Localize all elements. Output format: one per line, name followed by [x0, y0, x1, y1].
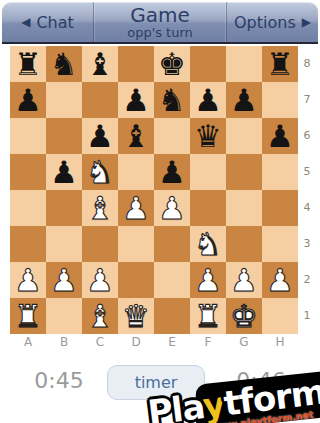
nav-chat-label: Chat: [36, 13, 73, 32]
rank-labels: 87654321: [299, 46, 315, 334]
square-b4[interactable]: [46, 190, 82, 226]
square-f2[interactable]: ♟: [190, 262, 226, 298]
square-g2[interactable]: ♟: [226, 262, 262, 298]
square-c8[interactable]: ♝: [82, 46, 118, 82]
piece-black-rook: ♜: [266, 46, 294, 82]
square-c1[interactable]: ♝: [82, 298, 118, 334]
page-title: Game: [130, 4, 190, 26]
square-d8[interactable]: [118, 46, 154, 82]
square-f3[interactable]: ♞: [190, 226, 226, 262]
bottom-controls: 0:45 timer 0:46: [0, 363, 320, 403]
square-c2[interactable]: ♟: [82, 262, 118, 298]
square-a6[interactable]: [10, 118, 46, 154]
square-f8[interactable]: [190, 46, 226, 82]
piece-black-rook: ♜: [14, 46, 42, 82]
file-label-a: A: [10, 335, 46, 349]
turn-status: opp's turn: [127, 26, 193, 40]
square-e7[interactable]: ♞: [154, 82, 190, 118]
piece-black-king: ♚: [158, 46, 186, 82]
square-e3[interactable]: [154, 226, 190, 262]
piece-black-pawn: ♟: [86, 118, 114, 154]
piece-white-queen: ♛: [122, 298, 150, 334]
square-c5[interactable]: ♞: [82, 154, 118, 190]
square-a5[interactable]: [10, 154, 46, 190]
square-g8[interactable]: [226, 46, 262, 82]
square-g5[interactable]: [226, 154, 262, 190]
rank-label-3: 3: [299, 226, 315, 262]
square-d2[interactable]: [118, 262, 154, 298]
square-b7[interactable]: [46, 82, 82, 118]
square-e8[interactable]: ♚: [154, 46, 190, 82]
square-a7[interactable]: ♟: [10, 82, 46, 118]
piece-white-pawn: ♟: [266, 262, 294, 298]
piece-black-bishop: ♝: [122, 118, 150, 154]
square-b8[interactable]: ♞: [46, 46, 82, 82]
square-e6[interactable]: [154, 118, 190, 154]
file-label-h: H: [262, 335, 298, 349]
rank-label-4: 4: [299, 190, 315, 226]
nav-title-block: Game opp's turn: [94, 2, 226, 42]
square-a4[interactable]: [10, 190, 46, 226]
rank-label-6: 6: [299, 118, 315, 154]
square-d6[interactable]: ♝: [118, 118, 154, 154]
square-g4[interactable]: [226, 190, 262, 226]
rank-label-7: 7: [299, 82, 315, 118]
piece-white-pawn: ♟: [14, 262, 42, 298]
rank-label-5: 5: [299, 154, 315, 190]
square-c7[interactable]: [82, 82, 118, 118]
piece-black-knight: ♞: [158, 82, 186, 118]
piece-white-pawn: ♟: [158, 190, 186, 226]
rank-label-2: 2: [299, 262, 315, 298]
square-h5[interactable]: [262, 154, 298, 190]
file-label-e: E: [154, 335, 190, 349]
piece-white-rook: ♜: [14, 298, 42, 334]
piece-black-pawn: ♟: [266, 118, 294, 154]
piece-white-pawn: ♟: [86, 262, 114, 298]
piece-white-pawn: ♟: [230, 262, 258, 298]
square-c3[interactable]: [82, 226, 118, 262]
back-arrow-icon: ◀: [21, 15, 30, 29]
square-b6[interactable]: [46, 118, 82, 154]
square-e2[interactable]: [154, 262, 190, 298]
square-c6[interactable]: ♟: [82, 118, 118, 154]
square-e1[interactable]: [154, 298, 190, 334]
square-d5[interactable]: [118, 154, 154, 190]
square-b2[interactable]: ♟: [46, 262, 82, 298]
square-h2[interactable]: ♟: [262, 262, 298, 298]
square-d4[interactable]: ♟: [118, 190, 154, 226]
piece-white-pawn: ♟: [122, 190, 150, 226]
square-f5[interactable]: [190, 154, 226, 190]
square-a1[interactable]: ♜: [10, 298, 46, 334]
square-f6[interactable]: ♛: [190, 118, 226, 154]
square-g3[interactable]: [226, 226, 262, 262]
square-g1[interactable]: ♚: [226, 298, 262, 334]
piece-black-pawn: ♟: [14, 82, 42, 118]
file-label-c: C: [82, 335, 118, 349]
watermark-url: www.playtform.net: [211, 409, 314, 423]
square-h8[interactable]: ♜: [262, 46, 298, 82]
square-a3[interactable]: [10, 226, 46, 262]
forward-arrow-icon: ▶: [302, 15, 311, 29]
piece-black-knight: ♞: [50, 46, 78, 82]
piece-black-bishop: ♝: [86, 46, 114, 82]
timer-button[interactable]: timer: [107, 365, 205, 400]
opponent-clock: 0:46: [230, 368, 292, 393]
square-f4[interactable]: [190, 190, 226, 226]
chess-board: ♜♞♝♚♜♟♟♞♟♟♟♝♛♟♟♞♟♝♟♟♞♟♟♟♟♟♟♜♝♛♜♚: [10, 46, 298, 334]
piece-black-pawn: ♟: [158, 154, 186, 190]
square-b5[interactable]: ♟: [46, 154, 82, 190]
square-a8[interactable]: ♜: [10, 46, 46, 82]
square-d1[interactable]: ♛: [118, 298, 154, 334]
square-a2[interactable]: ♟: [10, 262, 46, 298]
piece-black-pawn: ♟: [122, 82, 150, 118]
piece-black-pawn: ♟: [194, 82, 222, 118]
square-e4[interactable]: ♟: [154, 190, 190, 226]
piece-white-pawn: ♟: [194, 262, 222, 298]
square-h1[interactable]: [262, 298, 298, 334]
square-b1[interactable]: [46, 298, 82, 334]
piece-white-knight: ♞: [194, 226, 222, 262]
square-h7[interactable]: [262, 82, 298, 118]
nav-options-button[interactable]: Options ▶: [226, 2, 318, 42]
piece-black-pawn: ♟: [230, 82, 258, 118]
piece-black-pawn: ♟: [50, 154, 78, 190]
square-c4[interactable]: ♝: [82, 190, 118, 226]
square-e5[interactable]: ♟: [154, 154, 190, 190]
square-h3[interactable]: [262, 226, 298, 262]
player-clock: 0:45: [30, 368, 88, 393]
file-label-f: F: [190, 335, 226, 349]
piece-white-bishop: ♝: [86, 298, 114, 334]
piece-white-rook: ♜: [194, 298, 222, 334]
nav-options-label: Options: [234, 13, 296, 32]
top-nav-bar: ◀ Chat Game opp's turn Options ▶: [2, 2, 318, 44]
file-label-b: B: [46, 335, 82, 349]
rank-label-8: 8: [299, 46, 315, 82]
square-g7[interactable]: ♟: [226, 82, 262, 118]
square-f7[interactable]: ♟: [190, 82, 226, 118]
file-labels: ABCDEFGH: [10, 335, 298, 349]
square-f1[interactable]: ♜: [190, 298, 226, 334]
square-h4[interactable]: [262, 190, 298, 226]
piece-white-pawn: ♟: [50, 262, 78, 298]
square-b3[interactable]: [46, 226, 82, 262]
nav-chat-button[interactable]: ◀ Chat: [2, 2, 94, 42]
rank-label-1: 1: [299, 298, 315, 334]
piece-white-knight: ♞: [86, 154, 114, 190]
square-d7[interactable]: ♟: [118, 82, 154, 118]
piece-white-king: ♚: [230, 298, 258, 334]
file-label-d: D: [118, 335, 154, 349]
square-h6[interactable]: ♟: [262, 118, 298, 154]
square-d3[interactable]: [118, 226, 154, 262]
piece-black-queen: ♛: [194, 118, 222, 154]
file-label-g: G: [226, 335, 262, 349]
piece-white-bishop: ♝: [86, 190, 114, 226]
square-g6[interactable]: [226, 118, 262, 154]
